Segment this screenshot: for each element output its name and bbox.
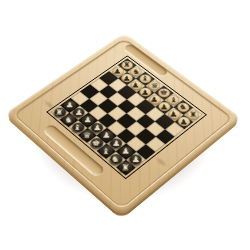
chess-board: ♜♞♝♛♚♝♞♜♟♟♟♟♟♟♟♟♟♟♟♟♟♟♟♟♜♞♝♛♚♝♞♜ xyxy=(4,33,242,217)
bamboo-knot-mark xyxy=(153,155,170,169)
piece-black-queen[interactable]: ♛ xyxy=(79,128,97,142)
black-rook-icon: ♜ xyxy=(121,163,130,171)
white-rook-icon: ♜ xyxy=(123,62,131,69)
black-pawn-icon: ♟ xyxy=(65,101,74,108)
product-photo-scene: ♜♞♝♛♚♝♞♜♟♟♟♟♟♟♟♟♟♟♟♟♟♟♟♟♜♞♝♛♚♝♞♜ xyxy=(0,0,250,250)
black-pawn-icon: ♟ xyxy=(74,109,83,116)
black-queen-icon: ♛ xyxy=(83,131,92,139)
square-d8[interactable]: ♛ xyxy=(78,127,97,142)
white-pawn-icon: ♟ xyxy=(151,96,159,103)
white-queen-icon: ♛ xyxy=(150,82,158,89)
white-rook-icon: ♜ xyxy=(189,111,198,118)
black-king-icon: ♚ xyxy=(92,139,101,147)
piece-black-pawn[interactable]: ♟ xyxy=(127,152,145,166)
square-f5[interactable] xyxy=(126,121,145,136)
black-knight-icon: ♞ xyxy=(64,116,73,124)
square-h7[interactable]: ♟ xyxy=(126,151,146,167)
piece-black-king[interactable]: ♚ xyxy=(88,136,106,150)
square-h8[interactable]: ♜ xyxy=(116,159,136,175)
square-f8[interactable]: ♝ xyxy=(96,143,116,159)
square-g8[interactable]: ♞ xyxy=(106,151,126,167)
piece-black-pawn[interactable]: ♟ xyxy=(89,121,106,135)
board-top-face: ♜♞♝♛♚♝♞♜♟♟♟♟♟♟♟♟♟♟♟♟♟♟♟♟♜♞♝♛♚♝♞♜ xyxy=(4,33,242,217)
white-pawn-icon: ♟ xyxy=(141,89,149,96)
white-knight-icon: ♞ xyxy=(179,103,188,110)
square-g6[interactable] xyxy=(126,136,146,152)
square-g4[interactable] xyxy=(146,121,165,136)
white-king-icon: ♚ xyxy=(160,89,169,96)
piece-black-pawn[interactable]: ♟ xyxy=(117,144,135,158)
square-e6[interactable] xyxy=(107,121,126,136)
square-g7[interactable]: ♟ xyxy=(116,143,136,159)
square-h4[interactable] xyxy=(155,129,174,144)
black-pawn-icon: ♟ xyxy=(84,116,93,124)
black-knight-icon: ♞ xyxy=(111,155,120,163)
square-h5[interactable] xyxy=(146,136,166,152)
black-pawn-icon: ♟ xyxy=(102,132,111,140)
white-bishop-icon: ♝ xyxy=(169,96,178,103)
square-f7[interactable]: ♟ xyxy=(107,136,127,152)
white-pawn-icon: ♟ xyxy=(132,82,140,89)
square-e8[interactable]: ♚ xyxy=(87,135,107,151)
square-f6[interactable] xyxy=(117,128,136,143)
black-bishop-icon: ♝ xyxy=(102,147,111,155)
piece-black-knight[interactable]: ♞ xyxy=(107,152,125,166)
square-h3[interactable] xyxy=(165,122,184,137)
square-h6[interactable] xyxy=(136,144,156,160)
white-pawn-icon: ♟ xyxy=(114,68,122,75)
white-bishop-icon: ♝ xyxy=(141,75,149,82)
piece-black-bishop[interactable]: ♝ xyxy=(97,144,115,158)
black-pawn-icon: ♟ xyxy=(122,147,131,155)
square-g5[interactable] xyxy=(136,129,155,144)
black-pawn-icon: ♟ xyxy=(131,155,140,163)
piece-black-pawn[interactable]: ♟ xyxy=(107,136,125,150)
black-rook-icon: ♜ xyxy=(55,109,64,116)
piece-black-pawn[interactable]: ♟ xyxy=(98,129,116,143)
piece-black-rook[interactable]: ♜ xyxy=(117,160,135,175)
piece-black-bishop[interactable]: ♝ xyxy=(69,121,86,135)
square-d7[interactable]: ♟ xyxy=(88,120,107,135)
white-pawn-icon: ♟ xyxy=(170,110,179,117)
black-pawn-icon: ♟ xyxy=(112,139,121,147)
white-pawn-icon: ♟ xyxy=(160,103,169,110)
black-bishop-icon: ♝ xyxy=(73,124,82,132)
black-pawn-icon: ♟ xyxy=(93,124,102,132)
square-c8[interactable]: ♝ xyxy=(68,120,87,135)
white-pawn-icon: ♟ xyxy=(123,75,131,82)
white-knight-icon: ♞ xyxy=(132,68,140,75)
square-e7[interactable]: ♟ xyxy=(97,128,116,143)
white-pawn-icon: ♟ xyxy=(180,118,189,126)
